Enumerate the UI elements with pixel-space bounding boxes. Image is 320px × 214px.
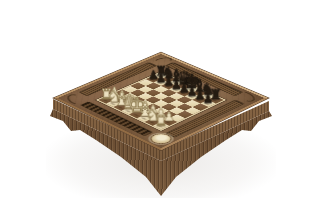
square-h1: ♜: [153, 122, 169, 130]
black-pawn: ♟: [202, 92, 213, 104]
square-e5: [161, 96, 177, 103]
product-photo-scene: ♜♞♝♛♚♝♞♜♟♟♟♟♟♟♟♟♟♟♟♟♟♟♟♟♜♞♝♛♚♝♞♜: [0, 0, 320, 214]
white-rook: ♜: [154, 112, 167, 127]
carved-scroll-ornament-left: [64, 93, 88, 106]
